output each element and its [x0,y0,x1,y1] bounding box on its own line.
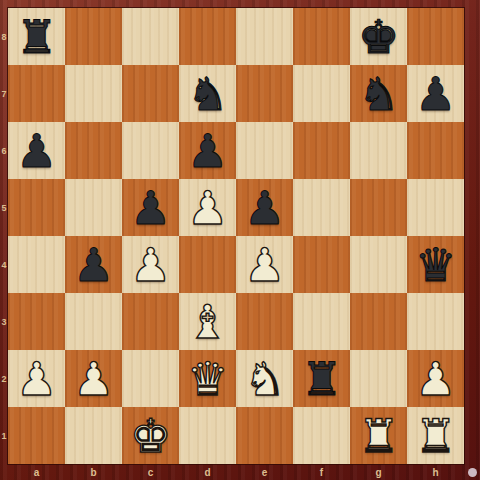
square-h1[interactable]: ♜ [407,407,464,464]
rank-label-5: 5 [0,179,8,236]
rank-label-4: 4 [0,236,8,293]
square-c2[interactable] [122,350,179,407]
piece-black-knight[interactable]: ♞ [358,71,399,117]
rank-label-1: 1 [0,407,8,464]
square-a2[interactable]: ♟ [8,350,65,407]
square-a3[interactable] [8,293,65,350]
piece-white-queen[interactable]: ♛ [187,356,228,402]
square-b7[interactable] [65,65,122,122]
piece-black-pawn[interactable]: ♟ [130,185,171,231]
square-e4[interactable]: ♟ [236,236,293,293]
square-b8[interactable] [65,8,122,65]
piece-white-pawn[interactable]: ♟ [415,356,456,402]
piece-white-bishop[interactable]: ♝ [187,299,228,345]
square-c3[interactable] [122,293,179,350]
square-h5[interactable] [407,179,464,236]
file-label-d: d [179,464,236,480]
square-f3[interactable] [293,293,350,350]
piece-black-king[interactable]: ♚ [358,14,399,60]
square-g5[interactable] [350,179,407,236]
file-label-b: b [65,464,122,480]
square-f5[interactable] [293,179,350,236]
square-g6[interactable] [350,122,407,179]
square-f4[interactable] [293,236,350,293]
piece-white-rook[interactable]: ♜ [415,413,456,459]
square-b5[interactable] [65,179,122,236]
rank-label-8: 8 [0,8,8,65]
square-d2[interactable]: ♛ [179,350,236,407]
piece-white-rook[interactable]: ♜ [358,413,399,459]
file-label-e: e [236,464,293,480]
piece-black-pawn[interactable]: ♟ [187,128,228,174]
piece-white-pawn[interactable]: ♟ [187,185,228,231]
piece-black-rook[interactable]: ♜ [301,356,342,402]
piece-white-knight[interactable]: ♞ [244,356,285,402]
rank-label-7: 7 [0,65,8,122]
piece-black-rook[interactable]: ♜ [16,14,57,60]
square-b3[interactable] [65,293,122,350]
square-g7[interactable]: ♞ [350,65,407,122]
piece-white-pawn[interactable]: ♟ [73,356,114,402]
square-h7[interactable]: ♟ [407,65,464,122]
square-d3[interactable]: ♝ [179,293,236,350]
piece-white-pawn[interactable]: ♟ [16,356,57,402]
square-g2[interactable] [350,350,407,407]
chess-board: ♜♚♞♞♟♟♟♟♟♟♟♟♟♛♝♟♟♛♞♜♟♚♜♜ [8,8,464,464]
rank-label-2: 2 [0,350,8,407]
square-a7[interactable] [8,65,65,122]
file-label-c: c [122,464,179,480]
square-g3[interactable] [350,293,407,350]
square-c1[interactable]: ♚ [122,407,179,464]
square-e7[interactable] [236,65,293,122]
square-d1[interactable] [179,407,236,464]
square-e6[interactable] [236,122,293,179]
piece-black-pawn[interactable]: ♟ [415,71,456,117]
square-c7[interactable] [122,65,179,122]
square-c8[interactable] [122,8,179,65]
square-g4[interactable] [350,236,407,293]
square-f8[interactable] [293,8,350,65]
square-b4[interactable]: ♟ [65,236,122,293]
square-e2[interactable]: ♞ [236,350,293,407]
square-b2[interactable]: ♟ [65,350,122,407]
square-d4[interactable] [179,236,236,293]
corner-dot [468,468,477,477]
square-a5[interactable] [8,179,65,236]
piece-black-knight[interactable]: ♞ [187,71,228,117]
square-h8[interactable] [407,8,464,65]
rank-label-3: 3 [0,293,8,350]
piece-black-pawn[interactable]: ♟ [244,185,285,231]
square-b1[interactable] [65,407,122,464]
file-label-f: f [293,464,350,480]
square-h4[interactable]: ♛ [407,236,464,293]
square-d7[interactable]: ♞ [179,65,236,122]
square-a8[interactable]: ♜ [8,8,65,65]
square-d6[interactable]: ♟ [179,122,236,179]
square-e3[interactable] [236,293,293,350]
chess-board-frame: ♜♚♞♞♟♟♟♟♟♟♟♟♟♛♝♟♟♛♞♜♟♚♜♜ 87654321 abcdef… [0,0,480,480]
square-a1[interactable] [8,407,65,464]
file-label-g: g [350,464,407,480]
square-a4[interactable] [8,236,65,293]
square-c4[interactable]: ♟ [122,236,179,293]
square-e8[interactable] [236,8,293,65]
square-c6[interactable] [122,122,179,179]
square-h6[interactable] [407,122,464,179]
square-g1[interactable]: ♜ [350,407,407,464]
square-c5[interactable]: ♟ [122,179,179,236]
square-e1[interactable] [236,407,293,464]
square-a6[interactable]: ♟ [8,122,65,179]
square-g8[interactable]: ♚ [350,8,407,65]
piece-white-pawn[interactable]: ♟ [244,242,285,288]
square-f7[interactable] [293,65,350,122]
piece-black-pawn[interactable]: ♟ [16,128,57,174]
square-f6[interactable] [293,122,350,179]
square-e5[interactable]: ♟ [236,179,293,236]
piece-black-pawn[interactable]: ♟ [73,242,114,288]
square-h3[interactable] [407,293,464,350]
square-h2[interactable]: ♟ [407,350,464,407]
square-f2[interactable]: ♜ [293,350,350,407]
piece-white-pawn[interactable]: ♟ [130,242,171,288]
piece-black-queen[interactable]: ♛ [415,242,456,288]
rank-label-6: 6 [0,122,8,179]
file-label-a: a [8,464,65,480]
square-d8[interactable] [179,8,236,65]
square-b6[interactable] [65,122,122,179]
file-label-h: h [407,464,464,480]
square-f1[interactable] [293,407,350,464]
piece-white-king[interactable]: ♚ [130,413,171,459]
square-d5[interactable]: ♟ [179,179,236,236]
